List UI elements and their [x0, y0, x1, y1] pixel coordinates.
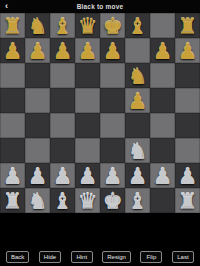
square-e7[interactable]: ♟ [100, 38, 125, 63]
hint-button[interactable]: Hint [71, 251, 93, 263]
square-a7[interactable]: ♟ [0, 38, 25, 63]
square-c3[interactable] [50, 138, 75, 163]
white-king[interactable]: ♚ [103, 190, 123, 214]
black-bishop[interactable]: ♝ [53, 15, 73, 39]
bottom-bar: Back Hide Hint Resign Flip Last [0, 213, 200, 266]
black-rook[interactable]: ♜ [178, 15, 198, 39]
square-e2[interactable]: ♟ [100, 163, 125, 188]
square-f5[interactable]: ♟ [125, 88, 150, 113]
black-pawn[interactable]: ♟ [128, 90, 148, 114]
square-d3[interactable] [75, 138, 100, 163]
back-button[interactable]: Back [6, 251, 29, 263]
square-a3[interactable] [0, 138, 25, 163]
toolbar: Back Hide Hint Resign Flip Last [0, 251, 200, 266]
square-c1[interactable]: ♝ [50, 188, 75, 213]
square-g1[interactable] [150, 188, 175, 213]
square-b3[interactable] [25, 138, 50, 163]
square-f8[interactable]: ♝ [125, 13, 150, 38]
black-knight[interactable]: ♞ [28, 15, 48, 39]
square-h6[interactable] [175, 63, 200, 88]
white-rook[interactable]: ♜ [3, 190, 23, 214]
white-pawn[interactable]: ♟ [78, 165, 98, 189]
square-d8[interactable]: ♛ [75, 13, 100, 38]
square-c5[interactable] [50, 88, 75, 113]
square-f1[interactable]: ♝ [125, 188, 150, 213]
white-pawn[interactable]: ♟ [103, 165, 123, 189]
square-c2[interactable]: ♟ [50, 163, 75, 188]
square-d2[interactable]: ♟ [75, 163, 100, 188]
black-bishop[interactable]: ♝ [128, 15, 148, 39]
black-pawn[interactable]: ♟ [53, 40, 73, 64]
white-bishop[interactable]: ♝ [53, 190, 73, 214]
white-bishop[interactable]: ♝ [128, 190, 148, 214]
white-pawn[interactable]: ♟ [53, 165, 73, 189]
square-f4[interactable] [125, 113, 150, 138]
black-pawn[interactable]: ♟ [3, 40, 23, 64]
square-e1[interactable]: ♚ [100, 188, 125, 213]
square-h3[interactable] [175, 138, 200, 163]
square-h2[interactable]: ♟ [175, 163, 200, 188]
square-a4[interactable] [0, 113, 25, 138]
back-chevron-icon[interactable]: ‹ [5, 1, 8, 12]
square-c6[interactable] [50, 63, 75, 88]
square-f3[interactable]: ♞ [125, 138, 150, 163]
black-rook[interactable]: ♜ [3, 15, 23, 39]
white-rook[interactable]: ♜ [178, 190, 198, 214]
black-knight[interactable]: ♞ [128, 65, 148, 89]
last-button[interactable]: Last [172, 251, 194, 263]
white-pawn[interactable]: ♟ [178, 165, 198, 189]
square-a6[interactable] [0, 63, 25, 88]
square-h5[interactable] [175, 88, 200, 113]
square-b5[interactable] [25, 88, 50, 113]
square-f7[interactable] [125, 38, 150, 63]
white-knight[interactable]: ♞ [128, 140, 148, 164]
square-b4[interactable] [25, 113, 50, 138]
black-king[interactable]: ♚ [103, 15, 123, 39]
black-pawn[interactable]: ♟ [153, 40, 173, 64]
top-navigation-bar: ‹ Black to move [0, 0, 200, 13]
square-g4[interactable] [150, 113, 175, 138]
square-b8[interactable]: ♞ [25, 13, 50, 38]
white-pawn[interactable]: ♟ [128, 165, 148, 189]
square-d7[interactable]: ♟ [75, 38, 100, 63]
square-b7[interactable]: ♟ [25, 38, 50, 63]
square-h4[interactable] [175, 113, 200, 138]
hide-button[interactable]: Hide [39, 251, 61, 263]
square-g8[interactable] [150, 13, 175, 38]
square-d4[interactable] [75, 113, 100, 138]
square-g5[interactable] [150, 88, 175, 113]
black-pawn[interactable]: ♟ [28, 40, 48, 64]
white-knight[interactable]: ♞ [28, 190, 48, 214]
square-b2[interactable]: ♟ [25, 163, 50, 188]
square-h8[interactable]: ♜ [175, 13, 200, 38]
square-e6[interactable] [100, 63, 125, 88]
square-c4[interactable] [50, 113, 75, 138]
square-c8[interactable]: ♝ [50, 13, 75, 38]
square-c7[interactable]: ♟ [50, 38, 75, 63]
black-pawn[interactable]: ♟ [178, 40, 198, 64]
square-e4[interactable] [100, 113, 125, 138]
white-pawn[interactable]: ♟ [153, 165, 173, 189]
white-pawn[interactable]: ♟ [3, 165, 23, 189]
resign-button[interactable]: Resign [102, 251, 131, 263]
square-b6[interactable] [25, 63, 50, 88]
square-e5[interactable] [100, 88, 125, 113]
status-title: Black to move [77, 3, 124, 10]
square-a2[interactable]: ♟ [0, 163, 25, 188]
square-f6[interactable]: ♞ [125, 63, 150, 88]
square-a8[interactable]: ♜ [0, 13, 25, 38]
chess-board: ♜♞♝♛♚♝♜♟♟♟♟♟♟♟♞♟♞♟♟♟♟♟♟♟♟♜♞♝♛♚♝♜ [0, 13, 200, 213]
square-d1[interactable]: ♛ [75, 188, 100, 213]
square-g7[interactable]: ♟ [150, 38, 175, 63]
white-queen[interactable]: ♛ [78, 190, 98, 214]
square-g2[interactable]: ♟ [150, 163, 175, 188]
square-a5[interactable] [0, 88, 25, 113]
square-e8[interactable]: ♚ [100, 13, 125, 38]
square-f2[interactable]: ♟ [125, 163, 150, 188]
black-pawn[interactable]: ♟ [103, 40, 123, 64]
square-g3[interactable] [150, 138, 175, 163]
square-e3[interactable] [100, 138, 125, 163]
square-h7[interactable]: ♟ [175, 38, 200, 63]
black-pawn[interactable]: ♟ [78, 40, 98, 64]
square-b1[interactable]: ♞ [25, 188, 50, 213]
white-pawn[interactable]: ♟ [28, 165, 48, 189]
square-g6[interactable] [150, 63, 175, 88]
square-a1[interactable]: ♜ [0, 188, 25, 213]
square-d5[interactable] [75, 88, 100, 113]
flip-button[interactable]: Flip [140, 251, 162, 263]
square-h1[interactable]: ♜ [175, 188, 200, 213]
square-d6[interactable] [75, 63, 100, 88]
black-queen[interactable]: ♛ [78, 15, 98, 39]
